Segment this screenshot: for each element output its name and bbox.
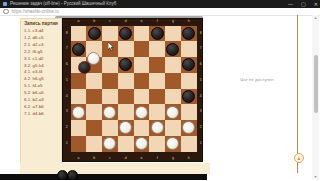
scroll-to-top-button[interactable]: ▲ bbox=[294, 153, 304, 163]
move-entry: 2.1. d2-c3 bbox=[21, 42, 61, 49]
square-b2[interactable] bbox=[86, 120, 102, 136]
rank-label-left-7: 7 bbox=[64, 47, 70, 51]
square-e7[interactable] bbox=[134, 41, 150, 57]
scrollbar-down-icon[interactable]: ▼ bbox=[312, 175, 319, 179]
move-entry: 5.2. b6-a5 bbox=[21, 90, 61, 97]
file-label-bottom-d: d bbox=[118, 157, 134, 161]
square-a4[interactable] bbox=[71, 89, 87, 105]
square-g6[interactable] bbox=[165, 57, 181, 73]
square-b3[interactable] bbox=[86, 104, 102, 120]
file-label-bottom-f: f bbox=[149, 157, 165, 161]
rank-label-right-4: 4 bbox=[198, 95, 204, 99]
square-f3[interactable] bbox=[149, 104, 165, 120]
move-entry: 2.2. f6-g5 bbox=[21, 49, 61, 56]
square-a5[interactable] bbox=[71, 73, 87, 89]
black-man-b8[interactable] bbox=[88, 27, 101, 40]
square-h7[interactable] bbox=[181, 41, 197, 57]
file-label-bottom-b: b bbox=[86, 157, 102, 161]
move-entry: 1.1. c3-d4 bbox=[21, 28, 61, 35]
white-man-g3[interactable] bbox=[166, 106, 179, 119]
square-e4[interactable] bbox=[134, 89, 150, 105]
square-g8[interactable] bbox=[165, 26, 181, 42]
black-man-g7[interactable] bbox=[166, 43, 179, 56]
site-favicon-icon bbox=[3, 2, 7, 6]
close-button[interactable]: ✕ bbox=[314, 0, 318, 8]
square-d4[interactable] bbox=[118, 89, 134, 105]
move-entry: 4.1. e3-f4 bbox=[21, 69, 61, 76]
board-grid bbox=[71, 26, 197, 152]
file-label-top-h: h bbox=[181, 20, 197, 24]
square-h1[interactable] bbox=[181, 136, 197, 152]
square-f6[interactable] bbox=[149, 57, 165, 73]
black-man-d8[interactable] bbox=[119, 27, 132, 40]
file-label-top-a: a bbox=[71, 20, 87, 24]
maximize-button[interactable]: ▢ bbox=[301, 0, 306, 8]
square-d5[interactable] bbox=[118, 73, 134, 89]
reload-icon[interactable] bbox=[3, 9, 9, 15]
rank-label-right-5: 5 bbox=[198, 79, 204, 83]
window-title: Решение задач (off-line) - Русский Шашеч… bbox=[10, 0, 116, 8]
square-h3[interactable] bbox=[181, 104, 197, 120]
move-entry: 6.1. b2-a3 bbox=[21, 97, 61, 104]
window-controls: — ▢ ✕ bbox=[288, 0, 318, 8]
chat-status-text: Чат не доступен bbox=[222, 77, 292, 82]
square-b1[interactable] bbox=[86, 136, 102, 152]
moves-panel-header: Запись партии bbox=[21, 21, 61, 26]
file-label-top-e: e bbox=[134, 20, 150, 24]
move-entry: 3.2. g5-h4 bbox=[21, 63, 61, 70]
square-f5[interactable] bbox=[149, 73, 165, 89]
rank-label-right-6: 6 bbox=[198, 63, 204, 67]
white-man-c3[interactable] bbox=[103, 106, 116, 119]
file-label-bottom-g: g bbox=[165, 157, 181, 161]
rank-label-right-2: 2 bbox=[198, 126, 204, 130]
rank-label-left-3: 3 bbox=[64, 110, 70, 114]
rank-label-left-4: 4 bbox=[64, 95, 70, 99]
square-f4[interactable] bbox=[149, 89, 165, 105]
move-entry: 1.2. d6-c5 bbox=[21, 35, 61, 42]
file-label-top-c: c bbox=[102, 20, 118, 24]
square-c2[interactable] bbox=[102, 120, 118, 136]
white-man-f2[interactable] bbox=[151, 121, 164, 134]
black-man-h8[interactable] bbox=[182, 27, 195, 40]
url-field[interactable]: https://shashki-online.ru bbox=[12, 9, 60, 14]
square-e5[interactable] bbox=[134, 73, 150, 89]
square-e8[interactable] bbox=[134, 26, 150, 42]
rank-label-right-1: 1 bbox=[198, 142, 204, 146]
move-entry: 3.1. c1-d2 bbox=[21, 56, 61, 63]
checkers-board: aabbccddeeffgghh8877665544332211 bbox=[62, 18, 203, 162]
square-c5[interactable] bbox=[102, 73, 118, 89]
file-label-bottom-a: a bbox=[71, 157, 87, 161]
square-d1[interactable] bbox=[118, 136, 134, 152]
square-f1[interactable] bbox=[149, 136, 165, 152]
file-label-bottom-c: c bbox=[102, 157, 118, 161]
black-man-f8[interactable] bbox=[151, 27, 164, 40]
white-man-a3[interactable] bbox=[72, 106, 85, 119]
move-entry: 5.1. f4-e5 bbox=[21, 83, 61, 90]
square-a2[interactable] bbox=[71, 120, 87, 136]
square-g4[interactable] bbox=[165, 89, 181, 105]
move-entry: 6.2. a7-b6 bbox=[21, 104, 61, 111]
square-a8[interactable] bbox=[71, 26, 87, 42]
browser-titlebar: Решение задач (off-line) - Русский Шашеч… bbox=[0, 0, 320, 8]
square-h5[interactable] bbox=[181, 73, 197, 89]
square-c6[interactable] bbox=[102, 57, 118, 73]
square-g2[interactable] bbox=[165, 120, 181, 136]
square-b4[interactable] bbox=[86, 89, 102, 105]
rank-label-left-1: 1 bbox=[64, 142, 70, 146]
rank-label-left-6: 6 bbox=[64, 63, 70, 67]
square-b5[interactable] bbox=[86, 73, 102, 89]
black-man-h4[interactable] bbox=[182, 90, 195, 103]
square-d7[interactable] bbox=[118, 41, 134, 57]
square-g5[interactable] bbox=[165, 73, 181, 89]
move-entry: 7.1. d4-b6 bbox=[21, 111, 61, 118]
square-d3[interactable] bbox=[118, 104, 134, 120]
moves-panel: Запись партии 1.1. c3-d41.2. d6-c52.1. d… bbox=[20, 18, 62, 165]
square-f7[interactable] bbox=[149, 41, 165, 57]
mouse-cursor-icon bbox=[108, 42, 114, 51]
file-label-top-f: f bbox=[149, 20, 165, 24]
rank-label-left-5: 5 bbox=[64, 79, 70, 83]
file-label-top-b: b bbox=[86, 20, 102, 24]
file-label-bottom-h: h bbox=[181, 157, 197, 161]
file-label-top-g: g bbox=[165, 20, 181, 24]
vertical-divider bbox=[297, 15, 298, 173]
file-label-bottom-e: e bbox=[134, 157, 150, 161]
square-c8[interactable] bbox=[102, 26, 118, 42]
rank-label-right-8: 8 bbox=[198, 32, 204, 36]
white-man-e1[interactable] bbox=[135, 137, 148, 150]
rank-label-left-2: 2 bbox=[64, 126, 70, 130]
square-c4[interactable] bbox=[102, 89, 118, 105]
captured-pieces-tray bbox=[20, 163, 210, 174]
square-e6[interactable] bbox=[134, 57, 150, 73]
rank-label-right-3: 3 bbox=[198, 110, 204, 114]
file-label-top-d: d bbox=[118, 20, 134, 24]
browser-addressbar: https://shashki-online.ru bbox=[0, 8, 320, 16]
captured-black-piece-icon bbox=[67, 170, 78, 181]
scrollbar-up-icon[interactable]: ▲ bbox=[312, 16, 319, 20]
bottom-black-bar bbox=[0, 174, 207, 180]
minimize-button[interactable]: — bbox=[288, 0, 293, 8]
black-man-a7[interactable] bbox=[72, 43, 85, 56]
scrollbar-thumb[interactable] bbox=[314, 55, 318, 113]
rank-label-left-8: 8 bbox=[64, 32, 70, 36]
white-man-e3[interactable] bbox=[135, 106, 148, 119]
move-entry: 4.2. h6-g5 bbox=[21, 76, 61, 83]
square-a1[interactable] bbox=[71, 136, 87, 152]
rank-label-right-7: 7 bbox=[198, 47, 204, 51]
square-e2[interactable] bbox=[134, 120, 150, 136]
moves-list: 1.1. c3-d41.2. d6-c52.1. d2-c32.2. f6-g5… bbox=[21, 28, 61, 118]
